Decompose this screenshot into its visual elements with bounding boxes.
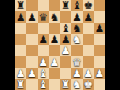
square-b7[interactable]: ♟ <box>26 11 37 22</box>
black-bishop-icon: ♝ <box>72 0 81 10</box>
square-d1[interactable] <box>49 79 60 90</box>
square-e6[interactable]: ♝ <box>60 23 71 34</box>
square-f2[interactable]: ♟ <box>71 68 82 79</box>
white-queen-icon: ♛ <box>72 56 81 67</box>
white-pawn-icon: ♟ <box>50 56 59 67</box>
white-pawn-icon: ♟ <box>72 67 81 78</box>
square-a6[interactable] <box>15 23 26 34</box>
square-a7[interactable]: ♟ <box>15 11 26 22</box>
white-pawn-icon: ♟ <box>27 67 36 78</box>
black-pawn-icon: ♟ <box>83 11 92 22</box>
square-h6[interactable]: ♟ <box>94 23 105 34</box>
square-b3[interactable] <box>26 56 37 67</box>
square-f8[interactable]: ♝ <box>71 0 82 11</box>
square-g5[interactable] <box>83 34 94 45</box>
square-c7[interactable]: ♛ <box>38 11 49 22</box>
white-pawn-icon: ♟ <box>16 67 25 78</box>
square-d2[interactable] <box>49 68 60 79</box>
letterboxed-frame: ♜♜♝♚♟♟♛♞♟♟♝♞♟♟♟♟♞♟♟♟♛♟♟♝♟♟♟♜♝♜♞♚ <box>0 0 120 90</box>
square-b1[interactable] <box>26 79 37 90</box>
square-g1[interactable]: ♚ <box>83 79 94 90</box>
square-b4[interactable] <box>26 45 37 56</box>
square-h4[interactable] <box>94 45 105 56</box>
white-pawn-icon: ♟ <box>83 67 92 78</box>
square-c6[interactable] <box>38 23 49 34</box>
square-g3[interactable] <box>83 56 94 67</box>
white-knight-icon: ♞ <box>72 34 81 45</box>
black-pawn-icon: ♟ <box>50 34 59 45</box>
square-d5[interactable]: ♟ <box>49 34 60 45</box>
square-a1[interactable]: ♜ <box>15 79 26 90</box>
square-c2[interactable]: ♝ <box>38 68 49 79</box>
square-d8[interactable] <box>49 0 60 11</box>
white-rook-icon: ♜ <box>61 79 70 90</box>
square-a8[interactable]: ♜ <box>15 0 26 11</box>
black-queen-icon: ♛ <box>38 11 47 22</box>
black-pawn-icon: ♟ <box>95 22 104 33</box>
black-pawn-icon: ♟ <box>72 11 81 22</box>
square-b2[interactable]: ♟ <box>26 68 37 79</box>
square-h5[interactable] <box>94 34 105 45</box>
square-f6[interactable]: ♞ <box>71 23 82 34</box>
black-bishop-icon: ♝ <box>61 22 70 33</box>
square-f3[interactable]: ♛ <box>71 56 82 67</box>
black-pawn-icon: ♟ <box>16 11 25 22</box>
square-f7[interactable]: ♟ <box>71 11 82 22</box>
square-c4[interactable] <box>38 45 49 56</box>
square-a5[interactable] <box>15 34 26 45</box>
square-b8[interactable] <box>26 0 37 11</box>
white-rook-icon: ♜ <box>16 79 25 90</box>
square-f5[interactable]: ♞ <box>71 34 82 45</box>
square-g4[interactable] <box>83 45 94 56</box>
square-h1[interactable] <box>94 79 105 90</box>
square-g7[interactable]: ♟ <box>83 11 94 22</box>
square-h8[interactable] <box>94 0 105 11</box>
black-knight-icon: ♞ <box>72 22 81 33</box>
square-a2[interactable]: ♟ <box>15 68 26 79</box>
black-pawn-icon: ♟ <box>27 11 36 22</box>
square-e4[interactable]: ♟ <box>60 45 71 56</box>
square-e3[interactable] <box>60 56 71 67</box>
square-c3[interactable]: ♟ <box>38 56 49 67</box>
square-h7[interactable] <box>94 11 105 22</box>
square-e5[interactable]: ♟ <box>60 34 71 45</box>
white-pawn-icon: ♟ <box>61 45 70 56</box>
white-bishop-icon: ♝ <box>38 79 47 90</box>
square-a4[interactable] <box>15 45 26 56</box>
chess-board[interactable]: ♜♜♝♚♟♟♛♞♟♟♝♞♟♟♟♟♞♟♟♟♛♟♟♝♟♟♟♜♝♜♞♚ <box>15 0 105 90</box>
square-g8[interactable]: ♚ <box>83 0 94 11</box>
black-rook-icon: ♜ <box>61 0 70 10</box>
square-g2[interactable]: ♟ <box>83 68 94 79</box>
black-pawn-icon: ♟ <box>38 34 47 45</box>
black-knight-icon: ♞ <box>50 11 59 22</box>
white-bishop-icon: ♝ <box>38 67 47 78</box>
square-e7[interactable] <box>60 11 71 22</box>
square-d6[interactable] <box>49 23 60 34</box>
square-f1[interactable]: ♞ <box>71 79 82 90</box>
black-rook-icon: ♜ <box>16 0 25 10</box>
white-pawn-icon: ♟ <box>38 56 47 67</box>
square-d3[interactable]: ♟ <box>49 56 60 67</box>
square-b6[interactable] <box>26 23 37 34</box>
square-h3[interactable] <box>94 56 105 67</box>
white-king-icon: ♚ <box>83 79 92 90</box>
black-pawn-icon: ♟ <box>61 34 70 45</box>
square-h2[interactable]: ♟ <box>94 68 105 79</box>
square-f4[interactable] <box>71 45 82 56</box>
square-g6[interactable] <box>83 23 94 34</box>
square-c1[interactable]: ♝ <box>38 79 49 90</box>
square-e1[interactable]: ♜ <box>60 79 71 90</box>
square-c5[interactable]: ♟ <box>38 34 49 45</box>
square-a3[interactable] <box>15 56 26 67</box>
square-d4[interactable] <box>49 45 60 56</box>
square-c8[interactable] <box>38 0 49 11</box>
white-knight-icon: ♞ <box>72 79 81 90</box>
square-e2[interactable] <box>60 68 71 79</box>
square-e8[interactable]: ♜ <box>60 0 71 11</box>
square-d7[interactable]: ♞ <box>49 11 60 22</box>
white-pawn-icon: ♟ <box>95 67 104 78</box>
square-b5[interactable] <box>26 34 37 45</box>
black-king-icon: ♚ <box>83 0 92 10</box>
